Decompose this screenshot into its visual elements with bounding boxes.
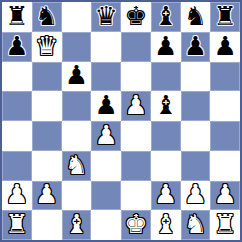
square-e3[interactable] — [121, 151, 151, 181]
square-b5[interactable] — [32, 91, 62, 121]
square-d1[interactable] — [91, 210, 121, 240]
square-d7[interactable] — [91, 32, 121, 62]
square-a3[interactable] — [2, 151, 32, 181]
square-d5[interactable]: ♟ — [91, 91, 121, 121]
square-f4[interactable] — [151, 121, 181, 151]
white-pawn-g2[interactable]: ♟ — [184, 181, 207, 207]
square-c8[interactable] — [62, 2, 92, 32]
white-pawn-b2[interactable]: ♟ — [35, 181, 58, 207]
square-h7[interactable]: ♟ — [210, 32, 240, 62]
square-f6[interactable] — [151, 62, 181, 92]
square-e4[interactable] — [121, 121, 151, 151]
square-e5[interactable]: ♟ — [121, 91, 151, 121]
square-e8[interactable]: ♚ — [121, 2, 151, 32]
square-h3[interactable] — [210, 151, 240, 181]
black-pawn-f7[interactable]: ♟ — [154, 33, 177, 59]
square-a5[interactable] — [2, 91, 32, 121]
square-d6[interactable] — [91, 62, 121, 92]
square-e2[interactable] — [121, 181, 151, 211]
black-knight-b8[interactable]: ♞ — [35, 3, 58, 29]
square-g4[interactable] — [181, 121, 211, 151]
white-bishop-c1[interactable]: ♝ — [65, 211, 88, 237]
square-f5[interactable]: ♝ — [151, 91, 181, 121]
white-queen-b7[interactable]: ♛ — [35, 33, 58, 59]
square-a4[interactable] — [2, 121, 32, 151]
square-g8[interactable]: ♞ — [181, 2, 211, 32]
square-a6[interactable] — [2, 62, 32, 92]
square-c3[interactable]: ♞ — [62, 151, 92, 181]
white-pawn-d4[interactable]: ♟ — [94, 122, 117, 148]
black-pawn-a7[interactable]: ♟ — [5, 33, 28, 59]
square-b1[interactable] — [32, 210, 62, 240]
white-pawn-h2[interactable]: ♟ — [213, 181, 236, 207]
square-c6[interactable]: ♟ — [62, 62, 92, 92]
square-d4[interactable]: ♟ — [91, 121, 121, 151]
square-f3[interactable] — [151, 151, 181, 181]
square-b6[interactable] — [32, 62, 62, 92]
square-f8[interactable]: ♝ — [151, 2, 181, 32]
square-g3[interactable] — [181, 151, 211, 181]
square-b2[interactable]: ♟ — [32, 181, 62, 211]
black-pawn-d5[interactable]: ♟ — [94, 92, 117, 118]
square-h5[interactable] — [210, 91, 240, 121]
square-a8[interactable]: ♜ — [2, 2, 32, 32]
square-g7[interactable]: ♟ — [181, 32, 211, 62]
black-pawn-h7[interactable]: ♟ — [213, 33, 236, 59]
square-b4[interactable] — [32, 121, 62, 151]
white-knight-c3[interactable]: ♞ — [65, 152, 88, 178]
square-f7[interactable]: ♟ — [151, 32, 181, 62]
black-rook-h8[interactable]: ♜ — [213, 3, 236, 29]
black-bishop-f5[interactable]: ♝ — [154, 92, 177, 118]
black-queen-d8[interactable]: ♛ — [94, 3, 117, 29]
square-e1[interactable]: ♚ — [121, 210, 151, 240]
square-b7[interactable]: ♛ — [32, 32, 62, 62]
square-g1[interactable]: ♞ — [181, 210, 211, 240]
white-rook-h1[interactable]: ♜ — [213, 211, 236, 237]
square-b8[interactable]: ♞ — [32, 2, 62, 32]
square-h8[interactable]: ♜ — [210, 2, 240, 32]
square-h6[interactable] — [210, 62, 240, 92]
square-d3[interactable] — [91, 151, 121, 181]
square-f1[interactable]: ♝ — [151, 210, 181, 240]
chess-board: ♜♞♛♚♝♞♜♟♛♟♟♟♟♟♟♝♟♞♟♟♟♟♟♜♝♚♝♞♜ — [0, 0, 242, 242]
square-e6[interactable] — [121, 62, 151, 92]
black-pawn-g7[interactable]: ♟ — [184, 33, 207, 59]
square-c1[interactable]: ♝ — [62, 210, 92, 240]
square-d2[interactable] — [91, 181, 121, 211]
square-b3[interactable] — [32, 151, 62, 181]
square-c5[interactable] — [62, 91, 92, 121]
square-c7[interactable] — [62, 32, 92, 62]
square-c4[interactable] — [62, 121, 92, 151]
square-h4[interactable] — [210, 121, 240, 151]
square-c2[interactable] — [62, 181, 92, 211]
square-f2[interactable]: ♟ — [151, 181, 181, 211]
black-knight-g8[interactable]: ♞ — [184, 3, 207, 29]
square-a7[interactable]: ♟ — [2, 32, 32, 62]
white-pawn-e5[interactable]: ♟ — [124, 92, 147, 118]
square-h2[interactable]: ♟ — [210, 181, 240, 211]
white-pawn-a2[interactable]: ♟ — [5, 181, 28, 207]
white-bishop-f1[interactable]: ♝ — [154, 211, 177, 237]
square-g2[interactable]: ♟ — [181, 181, 211, 211]
square-g6[interactable] — [181, 62, 211, 92]
black-pawn-c6[interactable]: ♟ — [65, 62, 88, 88]
white-knight-g1[interactable]: ♞ — [184, 211, 207, 237]
square-d8[interactable]: ♛ — [91, 2, 121, 32]
white-king-e1[interactable]: ♚ — [124, 211, 147, 237]
black-king-e8[interactable]: ♚ — [124, 3, 147, 29]
square-a2[interactable]: ♟ — [2, 181, 32, 211]
square-a1[interactable]: ♜ — [2, 210, 32, 240]
square-g5[interactable] — [181, 91, 211, 121]
white-rook-a1[interactable]: ♜ — [5, 211, 28, 237]
square-h1[interactable]: ♜ — [210, 210, 240, 240]
black-bishop-f8[interactable]: ♝ — [154, 3, 177, 29]
white-pawn-f2[interactable]: ♟ — [154, 181, 177, 207]
black-rook-a8[interactable]: ♜ — [5, 3, 28, 29]
square-e7[interactable] — [121, 32, 151, 62]
